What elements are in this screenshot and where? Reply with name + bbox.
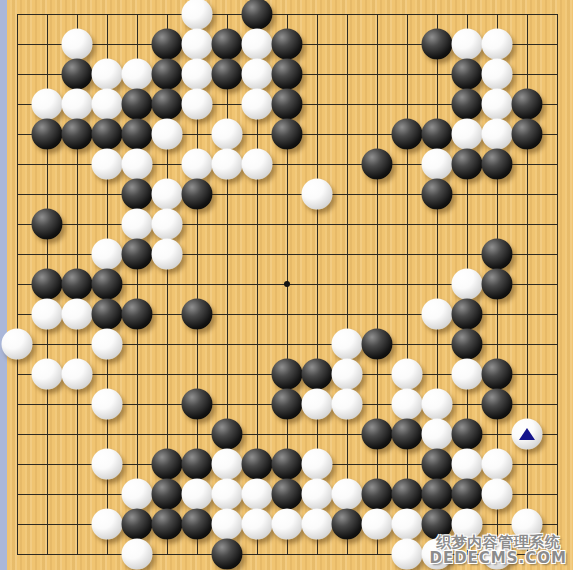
white-stone[interactable] bbox=[392, 509, 423, 540]
white-stone[interactable] bbox=[452, 269, 483, 300]
white-stone[interactable] bbox=[242, 59, 273, 90]
black-stone[interactable] bbox=[362, 479, 393, 510]
white-stone[interactable] bbox=[302, 479, 333, 510]
black-stone[interactable] bbox=[362, 149, 393, 180]
black-stone[interactable] bbox=[212, 29, 243, 60]
white-stone[interactable] bbox=[122, 149, 153, 180]
black-stone[interactable] bbox=[452, 89, 483, 120]
black-stone[interactable] bbox=[452, 329, 483, 360]
white-stone[interactable] bbox=[452, 119, 483, 150]
white-stone[interactable] bbox=[62, 89, 93, 120]
black-stone[interactable] bbox=[482, 149, 513, 180]
black-stone[interactable] bbox=[392, 119, 423, 150]
white-stone[interactable] bbox=[182, 89, 213, 120]
white-stone[interactable] bbox=[242, 89, 273, 120]
black-stone[interactable] bbox=[242, 449, 273, 480]
black-stone[interactable] bbox=[272, 479, 303, 510]
white-stone[interactable] bbox=[422, 299, 453, 330]
black-stone[interactable] bbox=[272, 29, 303, 60]
black-stone[interactable] bbox=[302, 359, 333, 390]
white-stone[interactable] bbox=[392, 389, 423, 420]
triangle-marker-icon bbox=[519, 428, 535, 440]
white-stone[interactable] bbox=[62, 299, 93, 330]
black-stone[interactable] bbox=[122, 299, 153, 330]
black-stone[interactable] bbox=[122, 119, 153, 150]
white-stone[interactable] bbox=[512, 509, 543, 540]
white-stone[interactable] bbox=[152, 119, 183, 150]
white-stone[interactable] bbox=[212, 509, 243, 540]
black-stone[interactable] bbox=[212, 419, 243, 450]
white-stone[interactable] bbox=[482, 479, 513, 510]
white-stone[interactable] bbox=[92, 59, 123, 90]
white-stone[interactable] bbox=[182, 59, 213, 90]
black-stone[interactable] bbox=[62, 269, 93, 300]
grid-line bbox=[557, 14, 558, 555]
black-stone[interactable] bbox=[452, 299, 483, 330]
white-stone[interactable] bbox=[452, 359, 483, 390]
black-stone[interactable] bbox=[122, 239, 153, 270]
white-stone[interactable] bbox=[32, 359, 63, 390]
black-stone[interactable] bbox=[332, 509, 363, 540]
black-stone[interactable] bbox=[482, 389, 513, 420]
black-stone[interactable] bbox=[362, 329, 393, 360]
black-stone[interactable] bbox=[182, 509, 213, 540]
white-stone[interactable] bbox=[182, 0, 213, 30]
black-stone[interactable] bbox=[392, 419, 423, 450]
white-stone[interactable] bbox=[452, 449, 483, 480]
white-stone[interactable] bbox=[182, 149, 213, 180]
page-edge-strip bbox=[0, 0, 7, 570]
white-stone[interactable] bbox=[332, 389, 363, 420]
black-stone[interactable] bbox=[482, 359, 513, 390]
white-stone[interactable] bbox=[122, 479, 153, 510]
white-stone[interactable] bbox=[362, 509, 393, 540]
white-stone[interactable] bbox=[452, 29, 483, 60]
white-stone[interactable] bbox=[152, 239, 183, 270]
black-stone[interactable] bbox=[482, 239, 513, 270]
white-stone[interactable] bbox=[212, 479, 243, 510]
black-stone[interactable] bbox=[152, 479, 183, 510]
white-stone[interactable] bbox=[212, 449, 243, 480]
go-board[interactable]: 织梦内容管理系统 DEDECMS.COM bbox=[0, 0, 573, 570]
black-stone[interactable] bbox=[92, 299, 123, 330]
white-stone[interactable] bbox=[302, 389, 333, 420]
black-stone[interactable] bbox=[272, 389, 303, 420]
black-stone[interactable] bbox=[62, 59, 93, 90]
white-stone[interactable] bbox=[332, 359, 363, 390]
black-stone[interactable] bbox=[212, 59, 243, 90]
white-stone[interactable] bbox=[152, 209, 183, 240]
black-stone[interactable] bbox=[32, 209, 63, 240]
black-stone[interactable] bbox=[452, 59, 483, 90]
white-stone[interactable] bbox=[422, 149, 453, 180]
white-stone[interactable] bbox=[422, 539, 453, 570]
black-stone[interactable] bbox=[242, 0, 273, 30]
black-stone[interactable] bbox=[482, 269, 513, 300]
white-stone[interactable] bbox=[242, 29, 273, 60]
black-stone[interactable] bbox=[452, 149, 483, 180]
black-stone[interactable] bbox=[182, 449, 213, 480]
white-stone[interactable] bbox=[422, 389, 453, 420]
white-stone[interactable] bbox=[92, 389, 123, 420]
white-stone[interactable] bbox=[62, 29, 93, 60]
grid-line bbox=[377, 14, 378, 555]
white-stone[interactable] bbox=[92, 149, 123, 180]
black-stone[interactable] bbox=[152, 29, 183, 60]
black-stone[interactable] bbox=[422, 449, 453, 480]
white-stone[interactable] bbox=[182, 29, 213, 60]
white-stone[interactable] bbox=[92, 89, 123, 120]
white-stone[interactable] bbox=[92, 509, 123, 540]
white-stone[interactable] bbox=[332, 329, 363, 360]
white-stone[interactable] bbox=[122, 539, 153, 570]
white-stone[interactable] bbox=[452, 509, 483, 540]
black-stone[interactable] bbox=[62, 119, 93, 150]
grid-line bbox=[407, 14, 408, 555]
white-stone[interactable] bbox=[422, 419, 453, 450]
white-stone[interactable] bbox=[152, 179, 183, 210]
grid-line bbox=[347, 14, 348, 555]
white-stone[interactable] bbox=[272, 509, 303, 540]
black-stone[interactable] bbox=[272, 59, 303, 90]
black-stone[interactable] bbox=[452, 419, 483, 450]
white-stone[interactable] bbox=[92, 449, 123, 480]
black-stone[interactable] bbox=[152, 89, 183, 120]
white-stone[interactable] bbox=[62, 359, 93, 390]
white-stone[interactable] bbox=[332, 479, 363, 510]
white-stone[interactable] bbox=[32, 89, 63, 120]
white-stone[interactable] bbox=[242, 479, 273, 510]
white-stone[interactable] bbox=[212, 119, 243, 150]
black-stone[interactable] bbox=[182, 299, 213, 330]
black-stone[interactable] bbox=[422, 509, 453, 540]
black-stone[interactable] bbox=[422, 479, 453, 510]
black-stone[interactable] bbox=[92, 269, 123, 300]
white-stone[interactable] bbox=[482, 119, 513, 150]
black-stone[interactable] bbox=[182, 389, 213, 420]
white-stone[interactable] bbox=[92, 329, 123, 360]
black-stone[interactable] bbox=[182, 179, 213, 210]
black-stone[interactable] bbox=[122, 89, 153, 120]
grid-line bbox=[17, 554, 558, 555]
white-stone[interactable] bbox=[212, 149, 243, 180]
white-stone[interactable] bbox=[302, 509, 333, 540]
black-stone[interactable] bbox=[452, 479, 483, 510]
black-stone[interactable] bbox=[512, 119, 543, 150]
white-stone[interactable] bbox=[482, 59, 513, 90]
black-stone[interactable] bbox=[92, 119, 123, 150]
white-stone[interactable] bbox=[482, 539, 513, 570]
white-stone[interactable] bbox=[182, 479, 213, 510]
black-stone[interactable] bbox=[422, 179, 453, 210]
black-stone[interactable] bbox=[122, 179, 153, 210]
black-stone[interactable] bbox=[272, 449, 303, 480]
white-stone[interactable] bbox=[482, 449, 513, 480]
white-stone[interactable] bbox=[32, 299, 63, 330]
black-stone[interactable] bbox=[32, 269, 63, 300]
white-stone[interactable] bbox=[302, 179, 333, 210]
black-stone[interactable] bbox=[422, 119, 453, 150]
black-stone[interactable] bbox=[152, 509, 183, 540]
white-stone[interactable] bbox=[122, 59, 153, 90]
black-stone[interactable] bbox=[272, 359, 303, 390]
white-stone[interactable] bbox=[392, 539, 423, 570]
white-stone[interactable] bbox=[2, 329, 33, 360]
black-stone[interactable] bbox=[212, 539, 243, 570]
black-stone[interactable] bbox=[512, 89, 543, 120]
black-stone[interactable] bbox=[422, 29, 453, 60]
white-stone[interactable] bbox=[482, 89, 513, 120]
white-stone[interactable] bbox=[92, 239, 123, 270]
black-stone[interactable] bbox=[272, 119, 303, 150]
white-stone[interactable] bbox=[242, 509, 273, 540]
white-stone[interactable] bbox=[302, 449, 333, 480]
black-stone[interactable] bbox=[122, 509, 153, 540]
white-stone[interactable] bbox=[242, 149, 273, 180]
star-point bbox=[284, 281, 290, 287]
white-stone[interactable] bbox=[122, 209, 153, 240]
black-stone[interactable] bbox=[32, 119, 63, 150]
black-stone[interactable] bbox=[362, 419, 393, 450]
black-stone[interactable] bbox=[392, 479, 423, 510]
black-stone[interactable] bbox=[272, 89, 303, 120]
white-stone[interactable] bbox=[392, 359, 423, 390]
white-stone[interactable] bbox=[482, 29, 513, 60]
black-stone[interactable] bbox=[152, 59, 183, 90]
black-stone[interactable] bbox=[152, 449, 183, 480]
